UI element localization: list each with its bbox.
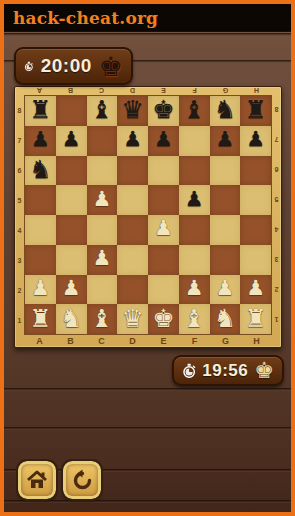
white-pawn-c5[interactable]: ♟ (92, 189, 111, 210)
white-pawn-a2[interactable]: ♟ (31, 278, 50, 299)
square-f5[interactable]: ♟ (179, 185, 210, 215)
wood-seam (0, 427, 295, 430)
square-f6[interactable] (179, 156, 210, 186)
white-knight-b1[interactable]: ♞ (60, 306, 82, 331)
white-pawn-c3[interactable]: ♟ (92, 248, 111, 269)
square-e7[interactable]: ♟ (148, 126, 179, 156)
square-a7[interactable]: ♟ (25, 126, 56, 156)
rank-label: 7 (15, 125, 24, 155)
square-f3[interactable] (179, 245, 210, 275)
stopwatch-icon (182, 361, 196, 381)
square-b2[interactable]: ♟ (56, 275, 87, 305)
white-king-e1[interactable]: ♚ (152, 306, 174, 331)
file-labels-bottom: ABCDEFGH (24, 335, 272, 347)
white-pawn-h2[interactable]: ♟ (246, 278, 265, 299)
square-h1[interactable]: ♜ (240, 304, 271, 334)
square-h7[interactable]: ♟ (240, 126, 271, 156)
black-queen-d8[interactable]: ♛ (121, 97, 143, 122)
black-clock-time: 20:00 (41, 55, 92, 77)
file-label: F (179, 335, 210, 347)
rank-label: 3 (15, 245, 24, 275)
square-g4[interactable] (210, 215, 241, 245)
square-e5[interactable] (148, 185, 179, 215)
square-h2[interactable]: ♟ (240, 275, 271, 305)
white-rook-h1[interactable]: ♜ (244, 306, 266, 331)
rank-label: 7 (272, 125, 281, 155)
rank-label: 1 (272, 305, 281, 335)
square-f7[interactable] (179, 126, 210, 156)
rank-label: 2 (15, 275, 24, 305)
file-labels-top: ABCDEFGH (24, 87, 272, 95)
square-h4[interactable] (240, 215, 271, 245)
white-rook-a1[interactable]: ♜ (29, 306, 51, 331)
square-c7[interactable] (87, 126, 118, 156)
watermark-bar: hack-cheat.org (4, 4, 291, 32)
black-bishop-c8[interactable]: ♝ (91, 97, 113, 122)
rank-label: 8 (272, 95, 281, 125)
square-c1[interactable]: ♝ (87, 304, 118, 334)
file-label: G (210, 335, 241, 347)
wood-seam (0, 33, 295, 36)
square-a8[interactable]: ♜ (25, 96, 56, 126)
square-e1[interactable]: ♚ (148, 304, 179, 334)
square-a2[interactable]: ♟ (25, 275, 56, 305)
square-c5[interactable]: ♟ (87, 185, 118, 215)
square-b1[interactable]: ♞ (56, 304, 87, 334)
black-knight-g8[interactable]: ♞ (214, 97, 236, 122)
file-label: H (241, 335, 272, 347)
square-d3[interactable] (117, 245, 148, 275)
black-pawn-d7[interactable]: ♟ (123, 129, 142, 150)
white-clock-time: 19:56 (202, 361, 248, 381)
chess-board: ABCDEFGH 87654321 ♜♝♛♚♝♞♜♟♟♟♟♟♟♞♟♟♟♟♟♟♟♟… (14, 86, 282, 348)
square-b6[interactable] (56, 156, 87, 186)
square-b4[interactable] (56, 215, 87, 245)
square-c4[interactable] (87, 215, 118, 245)
black-pawn-g7[interactable]: ♟ (215, 129, 234, 150)
rank-labels-left: 87654321 (15, 95, 24, 335)
chess-app-screen: hack-cheat.org 20:00 ♚ ABCDEFGH 87654321… (0, 0, 295, 516)
square-g5[interactable] (210, 185, 241, 215)
black-rook-h8[interactable]: ♜ (244, 97, 266, 122)
white-clock-badge: 19:56 ♚ (172, 355, 284, 386)
white-pawn-e4[interactable]: ♟ (154, 218, 173, 239)
square-d5[interactable] (117, 185, 148, 215)
white-knight-g1[interactable]: ♞ (214, 306, 236, 331)
file-label: D (117, 87, 148, 95)
white-king-icon: ♚ (254, 360, 274, 382)
file-label: B (55, 335, 86, 347)
file-label: E (148, 335, 179, 347)
square-e2[interactable] (148, 275, 179, 305)
rank-labels-right: 87654321 (272, 95, 281, 335)
white-pawn-f2[interactable]: ♟ (185, 278, 204, 299)
rank-label: 2 (272, 275, 281, 305)
square-d4[interactable] (117, 215, 148, 245)
square-b3[interactable] (56, 245, 87, 275)
square-d6[interactable] (117, 156, 148, 186)
white-bishop-c1[interactable]: ♝ (91, 306, 113, 331)
square-h6[interactable] (240, 156, 271, 186)
square-e3[interactable] (148, 245, 179, 275)
file-label: C (86, 335, 117, 347)
square-b8[interactable] (56, 96, 87, 126)
wood-seam (0, 388, 295, 391)
square-d2[interactable] (117, 275, 148, 305)
square-d7[interactable]: ♟ (117, 126, 148, 156)
black-clock-badge: 20:00 ♚ (14, 47, 133, 85)
square-a5[interactable] (25, 185, 56, 215)
white-pawn-g2[interactable]: ♟ (215, 278, 234, 299)
file-label: G (210, 87, 241, 95)
white-pawn-b2[interactable]: ♟ (62, 278, 81, 299)
home-button[interactable] (18, 461, 56, 499)
square-g6[interactable] (210, 156, 241, 186)
restart-button[interactable] (63, 461, 101, 499)
board-squares: ♜♝♛♚♝♞♜♟♟♟♟♟♟♞♟♟♟♟♟♟♟♟♟♜♞♝♛♚♝♞♜ (24, 95, 272, 335)
rank-label: 1 (15, 305, 24, 335)
square-g3[interactable] (210, 245, 241, 275)
rank-label: 5 (15, 185, 24, 215)
square-g2[interactable]: ♟ (210, 275, 241, 305)
home-icon (25, 468, 49, 492)
square-a4[interactable] (25, 215, 56, 245)
square-c8[interactable]: ♝ (87, 96, 118, 126)
square-c6[interactable] (87, 156, 118, 186)
square-d1[interactable]: ♛ (117, 304, 148, 334)
rank-label: 6 (272, 155, 281, 185)
restart-icon (70, 468, 95, 493)
square-g8[interactable]: ♞ (210, 96, 241, 126)
black-knight-a6[interactable]: ♞ (29, 157, 51, 182)
square-b7[interactable]: ♟ (56, 126, 87, 156)
file-label: H (241, 87, 272, 95)
square-d8[interactable]: ♛ (117, 96, 148, 126)
square-a1[interactable]: ♜ (25, 304, 56, 334)
rank-label: 8 (15, 95, 24, 125)
file-label: E (148, 87, 179, 95)
rank-label: 3 (272, 245, 281, 275)
rank-label: 4 (272, 215, 281, 245)
square-c2[interactable] (87, 275, 118, 305)
square-e6[interactable] (148, 156, 179, 186)
rank-label: 5 (272, 185, 281, 215)
black-king-e8[interactable]: ♚ (152, 97, 174, 122)
square-f8[interactable]: ♝ (179, 96, 210, 126)
square-b5[interactable] (56, 185, 87, 215)
square-a3[interactable] (25, 245, 56, 275)
file-label: B (55, 87, 86, 95)
watermark-text: hack-cheat.org (4, 8, 158, 28)
file-label: A (24, 335, 55, 347)
white-bishop-f1[interactable]: ♝ (183, 306, 205, 331)
black-pawn-e7[interactable]: ♟ (154, 129, 173, 150)
square-h3[interactable] (240, 245, 271, 275)
black-king-icon: ♚ (99, 53, 123, 80)
square-e4[interactable]: ♟ (148, 215, 179, 245)
square-e8[interactable]: ♚ (148, 96, 179, 126)
wood-seam (0, 500, 295, 503)
square-f1[interactable]: ♝ (179, 304, 210, 334)
black-bishop-f8[interactable]: ♝ (183, 97, 205, 122)
square-f2[interactable]: ♟ (179, 275, 210, 305)
square-h5[interactable] (240, 185, 271, 215)
black-pawn-b7[interactable]: ♟ (62, 129, 81, 150)
square-g1[interactable]: ♞ (210, 304, 241, 334)
white-queen-d1[interactable]: ♛ (121, 306, 143, 331)
square-c3[interactable]: ♟ (87, 245, 118, 275)
rank-label: 4 (15, 215, 24, 245)
square-g7[interactable]: ♟ (210, 126, 241, 156)
black-pawn-h7[interactable]: ♟ (246, 129, 265, 150)
square-f4[interactable] (179, 215, 210, 245)
file-label: A (24, 87, 55, 95)
black-pawn-f5[interactable]: ♟ (185, 189, 204, 210)
square-a6[interactable]: ♞ (25, 156, 56, 186)
stopwatch-icon (24, 55, 34, 78)
black-pawn-a7[interactable]: ♟ (31, 129, 50, 150)
file-label: D (117, 335, 148, 347)
file-label: F (179, 87, 210, 95)
file-label: C (86, 87, 117, 95)
rank-label: 6 (15, 155, 24, 185)
square-h8[interactable]: ♜ (240, 96, 271, 126)
black-rook-a8[interactable]: ♜ (29, 97, 51, 122)
